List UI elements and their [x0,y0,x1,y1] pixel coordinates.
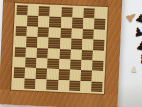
square-d3[interactable] [47,58,59,69]
square-g5[interactable] [82,39,94,50]
square-h7[interactable] [94,19,106,30]
square-d5[interactable] [48,38,60,49]
square-e1[interactable] [58,80,70,91]
square-b6[interactable] [27,26,39,37]
square-h2[interactable] [91,71,103,82]
square-b8[interactable] [28,5,40,16]
square-b3[interactable] [25,57,37,68]
square-h4[interactable] [92,50,104,61]
square-e8[interactable] [61,7,73,18]
square-a2[interactable] [14,67,26,78]
square-g7[interactable] [83,18,95,29]
square-a8[interactable] [16,5,28,16]
square-c2[interactable] [36,68,48,79]
square-d1[interactable] [47,79,59,90]
square-a1[interactable] [13,78,25,89]
square-f2[interactable] [69,70,81,81]
square-h3[interactable] [92,60,104,71]
square-g4[interactable] [81,49,93,60]
square-f8[interactable] [72,8,84,19]
offboard-piece-cream-piece[interactable]: ♟ [130,66,138,75]
square-c8[interactable] [39,6,51,17]
board-squares-grid [13,5,106,92]
square-d8[interactable] [50,6,62,17]
square-a7[interactable] [16,15,28,26]
square-a6[interactable] [16,26,28,37]
square-g8[interactable] [83,8,95,19]
square-f4[interactable] [70,49,82,60]
square-g1[interactable] [80,81,92,92]
square-c6[interactable] [38,27,50,38]
square-d2[interactable] [47,69,59,80]
square-e4[interactable] [59,48,71,59]
square-c4[interactable] [37,47,49,58]
square-c1[interactable] [35,79,47,90]
square-f5[interactable] [71,39,83,50]
square-c3[interactable] [36,58,48,69]
square-f3[interactable] [70,59,82,70]
square-g2[interactable] [80,70,92,81]
offboard-piece-black-piece-3[interactable]: ♟ [135,39,142,53]
square-a5[interactable] [15,36,27,47]
square-b2[interactable] [25,68,37,79]
offboard-piece-black-piece-4[interactable]: ♟ [136,52,142,67]
square-b1[interactable] [24,78,36,89]
square-e3[interactable] [59,59,71,70]
square-h8[interactable] [94,9,106,20]
square-g3[interactable] [81,60,93,71]
square-h1[interactable] [91,81,103,92]
square-d6[interactable] [49,27,61,38]
square-f7[interactable] [72,18,84,29]
square-f6[interactable] [71,28,83,39]
square-b5[interactable] [26,37,38,48]
square-a3[interactable] [14,57,26,68]
board-border-strip [11,3,108,94]
square-f1[interactable] [69,80,81,91]
square-c7[interactable] [38,16,50,27]
chess-board [0,0,123,107]
square-c5[interactable] [37,37,49,48]
square-e7[interactable] [60,17,72,28]
square-b7[interactable] [27,16,39,27]
square-h6[interactable] [93,29,105,40]
square-e5[interactable] [60,38,72,49]
table-surface: ♟♟♟♟♟♟ [0,0,142,107]
square-b4[interactable] [26,47,38,58]
square-g6[interactable] [82,29,94,40]
square-e6[interactable] [60,28,72,39]
square-a4[interactable] [15,46,27,57]
square-e2[interactable] [58,69,70,80]
square-d4[interactable] [48,48,60,59]
square-d7[interactable] [49,17,61,28]
square-h5[interactable] [93,40,105,51]
